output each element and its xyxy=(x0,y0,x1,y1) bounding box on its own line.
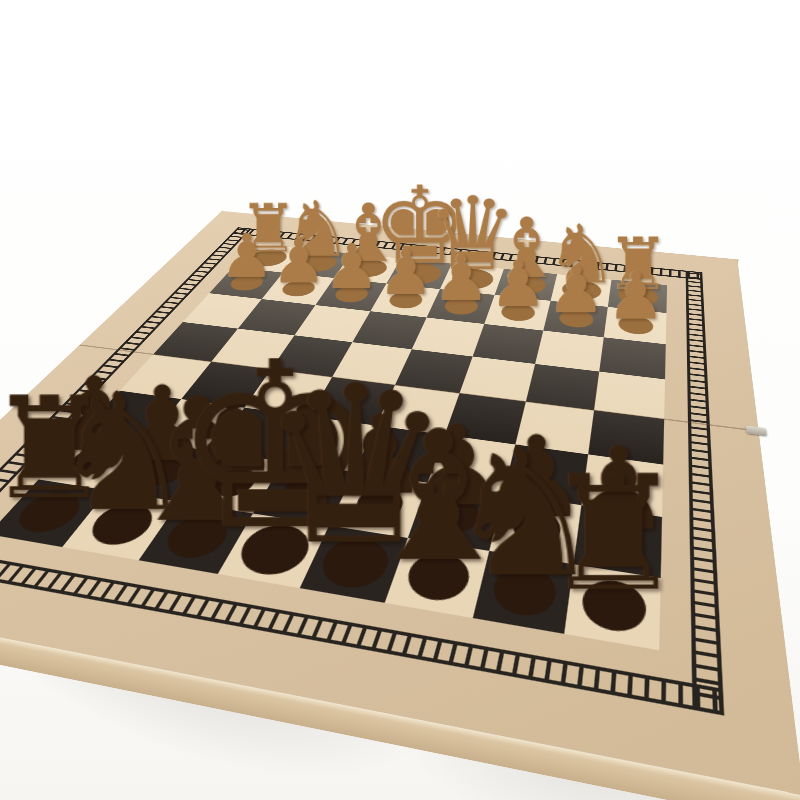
border-chain-right xyxy=(686,271,725,716)
square-b4[interactable] xyxy=(526,364,599,410)
perspective-scene: ♜♞♝♛♚♝♞♜♟♟♟♟♟♟♟♟♟♟♟♟♟♟♟♟♜♞♝♛♚♝♞♜ xyxy=(0,0,800,800)
chess-board: ♜♞♝♛♚♝♞♜♟♟♟♟♟♟♟♟♟♟♟♟♟♟♟♟♜♞♝♛♚♝♞♜ xyxy=(0,211,800,795)
square-a4[interactable] xyxy=(594,372,665,420)
scene-stage: ♜♞♝♛♚♝♞♜♟♟♟♟♟♟♟♟♟♟♟♟♟♟♟♟♜♞♝♛♚♝♞♜ xyxy=(0,0,800,800)
piece-glyph: ♜ xyxy=(543,456,685,614)
